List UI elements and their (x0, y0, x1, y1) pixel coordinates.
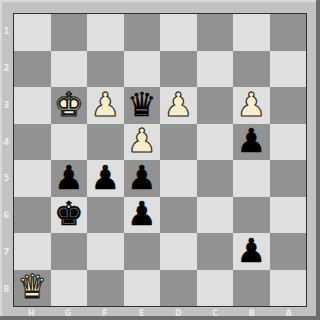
rank-label-4: 4 (0, 123, 13, 160)
square-c7[interactable] (197, 233, 234, 270)
square-d6[interactable] (160, 197, 197, 234)
square-g3[interactable]: ♚ (51, 87, 88, 124)
square-e5[interactable]: ♟ (124, 160, 161, 197)
square-f8[interactable] (87, 270, 124, 307)
file-labels: HGFEDCBA (13, 308, 307, 318)
square-b1[interactable] (233, 14, 270, 51)
black-king-g6[interactable]: ♚ (54, 197, 84, 230)
square-e3[interactable]: ♛ (124, 87, 161, 124)
square-c8[interactable] (197, 270, 234, 307)
square-d2[interactable] (160, 51, 197, 88)
square-g4[interactable] (51, 124, 88, 161)
square-h1[interactable] (14, 14, 51, 51)
file-label-g: G (50, 308, 87, 318)
square-c4[interactable] (197, 124, 234, 161)
square-a8[interactable] (270, 270, 307, 307)
chessboard-window: 12345678 ♚♟♛♟♟♟♟♟♟♟♚♟♟♛ HGFEDCBA (0, 0, 320, 320)
square-e8[interactable] (124, 270, 161, 307)
square-f3[interactable]: ♟ (87, 87, 124, 124)
square-g6[interactable]: ♚ (51, 197, 88, 234)
rank-label-8: 8 (0, 270, 13, 307)
square-b2[interactable] (233, 51, 270, 88)
black-pawn-e5[interactable]: ♟ (127, 161, 157, 194)
square-b5[interactable] (233, 160, 270, 197)
square-b8[interactable] (233, 270, 270, 307)
black-pawn-b7[interactable]: ♟ (236, 234, 266, 267)
rank-label-5: 5 (0, 160, 13, 197)
square-a6[interactable] (270, 197, 307, 234)
square-f5[interactable]: ♟ (87, 160, 124, 197)
rank-label-1: 1 (0, 13, 13, 50)
white-pawn-e4[interactable]: ♟ (127, 124, 157, 157)
square-f7[interactable] (87, 233, 124, 270)
rank-label-2: 2 (0, 50, 13, 87)
square-h8[interactable]: ♛ (14, 270, 51, 307)
square-e4[interactable]: ♟ (124, 124, 161, 161)
file-label-e: E (123, 308, 160, 318)
square-e7[interactable] (124, 233, 161, 270)
black-pawn-g5[interactable]: ♟ (54, 161, 84, 194)
square-c2[interactable] (197, 51, 234, 88)
square-h7[interactable] (14, 233, 51, 270)
square-f4[interactable] (87, 124, 124, 161)
square-f6[interactable] (87, 197, 124, 234)
square-e2[interactable] (124, 51, 161, 88)
white-pawn-b3[interactable]: ♟ (236, 88, 266, 121)
square-b3[interactable]: ♟ (233, 87, 270, 124)
square-b6[interactable] (233, 197, 270, 234)
file-label-c: C (197, 308, 234, 318)
square-g2[interactable] (51, 51, 88, 88)
black-pawn-e6[interactable]: ♟ (127, 197, 157, 230)
square-a1[interactable] (270, 14, 307, 51)
square-a2[interactable] (270, 51, 307, 88)
square-g5[interactable]: ♟ (51, 160, 88, 197)
file-label-d: D (160, 308, 197, 318)
square-g7[interactable] (51, 233, 88, 270)
square-b4[interactable]: ♟ (233, 124, 270, 161)
square-d4[interactable] (160, 124, 197, 161)
square-a7[interactable] (270, 233, 307, 270)
square-g1[interactable] (51, 14, 88, 51)
square-f2[interactable] (87, 51, 124, 88)
square-c6[interactable] (197, 197, 234, 234)
rank-labels: 12345678 (0, 13, 13, 307)
file-label-f: F (87, 308, 124, 318)
square-c5[interactable] (197, 160, 234, 197)
rank-label-3: 3 (0, 87, 13, 124)
square-d1[interactable] (160, 14, 197, 51)
square-d8[interactable] (160, 270, 197, 307)
white-pawn-f3[interactable]: ♟ (90, 88, 120, 121)
square-e6[interactable]: ♟ (124, 197, 161, 234)
square-f1[interactable] (87, 14, 124, 51)
square-c1[interactable] (197, 14, 234, 51)
rank-label-7: 7 (0, 234, 13, 271)
square-d7[interactable] (160, 233, 197, 270)
square-d5[interactable] (160, 160, 197, 197)
black-queen-e3[interactable]: ♛ (127, 88, 157, 121)
square-h3[interactable] (14, 87, 51, 124)
white-king-g3[interactable]: ♚ (54, 88, 84, 121)
square-g8[interactable] (51, 270, 88, 307)
file-label-h: H (13, 308, 50, 318)
file-label-a: A (270, 308, 307, 318)
square-a5[interactable] (270, 160, 307, 197)
square-c3[interactable] (197, 87, 234, 124)
square-h2[interactable] (14, 51, 51, 88)
square-h4[interactable] (14, 124, 51, 161)
square-b7[interactable]: ♟ (233, 233, 270, 270)
square-d3[interactable]: ♟ (160, 87, 197, 124)
square-h5[interactable] (14, 160, 51, 197)
board: ♚♟♛♟♟♟♟♟♟♟♚♟♟♛ (13, 13, 307, 307)
square-e1[interactable] (124, 14, 161, 51)
white-pawn-d3[interactable]: ♟ (163, 88, 193, 121)
square-a4[interactable] (270, 124, 307, 161)
black-pawn-f5[interactable]: ♟ (90, 161, 120, 194)
square-h6[interactable] (14, 197, 51, 234)
rank-label-6: 6 (0, 197, 13, 234)
file-label-b: B (234, 308, 271, 318)
square-a3[interactable] (270, 87, 307, 124)
black-pawn-b4[interactable]: ♟ (236, 124, 266, 157)
white-queen-h8[interactable]: ♛ (17, 270, 47, 303)
